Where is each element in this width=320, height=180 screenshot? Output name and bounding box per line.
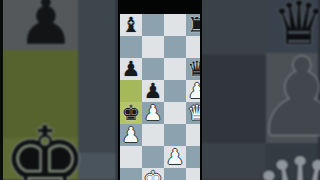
- blurred-white-queen-icon: ♛: [251, 143, 320, 180]
- piece-white-queen-d4[interactable]: ♛: [188, 102, 200, 124]
- piece-black-queen-d6[interactable]: ♛: [188, 58, 200, 80]
- piece-white-pawn-d5[interactable]: ♟: [188, 80, 200, 102]
- square-a3[interactable]: ♟: [120, 124, 142, 146]
- square-b4[interactable]: ♟: [142, 102, 164, 124]
- chess-board-grid: ♝♜♟♛♟♟♚♟♛♟♟♚: [120, 14, 200, 180]
- square-a4[interactable]: ♚: [120, 102, 142, 124]
- chess-board: ♝♜♟♛♟♟♚♟♛♟♟♚: [120, 14, 200, 180]
- piece-black-king-a4[interactable]: ♚: [122, 102, 141, 124]
- piece-white-pawn-b4[interactable]: ♟: [144, 102, 163, 124]
- square-b1[interactable]: ♚: [142, 168, 164, 180]
- chess-video-strip: ♝♜♟♛♟♟♚♟♛♟♟♚: [120, 0, 200, 180]
- square-d2[interactable]: [186, 146, 200, 168]
- piece-white-pawn-a3[interactable]: ♟: [122, 124, 141, 146]
- square-d6[interactable]: ♛: [186, 58, 200, 80]
- square-d7[interactable]: [186, 36, 200, 58]
- square-b7[interactable]: [142, 36, 164, 58]
- square-b2[interactable]: [142, 146, 164, 168]
- video-frame: ♟♚ ♝♜♟♛♟♟♚♟♛♟♟♚ ♛♟♛: [0, 0, 320, 180]
- square-d1[interactable]: [186, 168, 200, 180]
- square-b5[interactable]: ♟: [142, 80, 164, 102]
- piece-black-rook-d8[interactable]: ♜: [188, 14, 200, 36]
- square-c5[interactable]: [164, 80, 186, 102]
- square-c8[interactable]: [164, 14, 186, 36]
- piece-black-pawn-b5[interactable]: ♟: [144, 80, 163, 102]
- blurred-black-pawn-icon: ♟: [17, 0, 74, 54]
- piece-white-pawn-c2[interactable]: ♟: [166, 146, 185, 168]
- top-black-bar: [120, 0, 200, 14]
- square-b8[interactable]: [142, 14, 164, 36]
- square-a8[interactable]: ♝: [120, 14, 142, 36]
- piece-black-pawn-a6[interactable]: ♟: [122, 58, 141, 80]
- piece-black-bishop-a8[interactable]: ♝: [122, 14, 141, 36]
- blurred-black-king-icon: ♚: [2, 114, 88, 180]
- square-c2[interactable]: ♟: [164, 146, 186, 168]
- square-a1[interactable]: [120, 168, 142, 180]
- square-c7[interactable]: [164, 36, 186, 58]
- square-c1[interactable]: [164, 168, 186, 180]
- square-c4[interactable]: [164, 102, 186, 124]
- square-b6[interactable]: [142, 58, 164, 80]
- square-a6[interactable]: ♟: [120, 58, 142, 80]
- square-b3[interactable]: [142, 124, 164, 146]
- square-d4[interactable]: ♛: [186, 102, 200, 124]
- square-d8[interactable]: ♜: [186, 14, 200, 36]
- square-d5[interactable]: ♟: [186, 80, 200, 102]
- left-edge-shadow: [0, 0, 3, 180]
- blurred-board-backdrop-left: ♟♚: [0, 0, 118, 180]
- piece-white-king-b1[interactable]: ♚: [144, 168, 163, 180]
- blurred-background-panel-right: ♛♟♛: [202, 0, 320, 180]
- square-c3[interactable]: [164, 124, 186, 146]
- blurred-background-panel-left: ♟♚: [0, 0, 118, 180]
- square-a5[interactable]: [120, 80, 142, 102]
- square-c6[interactable]: [164, 58, 186, 80]
- square-a2[interactable]: [120, 146, 142, 168]
- square-a7[interactable]: [120, 36, 142, 58]
- square-d3[interactable]: [186, 124, 200, 146]
- blurred-board-backdrop-right: ♛♟♛: [202, 0, 320, 180]
